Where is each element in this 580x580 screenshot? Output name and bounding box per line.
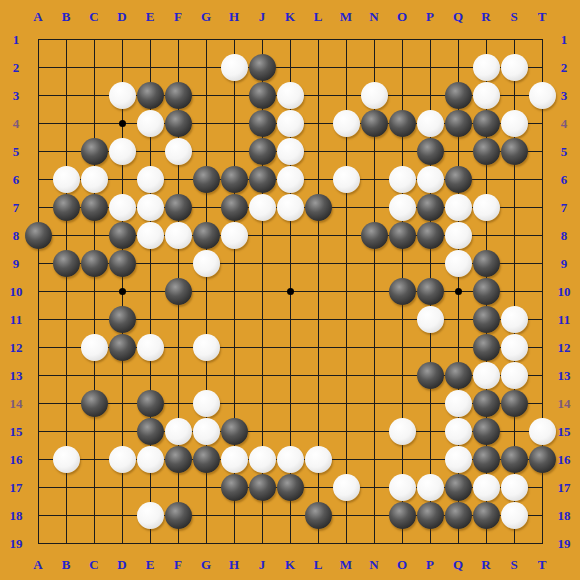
row-label-right: 16	[558, 453, 571, 466]
white-stone	[137, 334, 164, 361]
white-stone	[473, 54, 500, 81]
row-label-left: 16	[10, 453, 23, 466]
white-stone	[137, 502, 164, 529]
white-stone	[277, 194, 304, 221]
column-label-bottom: Q	[453, 558, 463, 571]
black-stone	[249, 474, 276, 501]
white-stone	[277, 446, 304, 473]
white-stone	[277, 110, 304, 137]
white-stone	[501, 306, 528, 333]
white-stone	[361, 82, 388, 109]
white-stone	[501, 54, 528, 81]
column-label-bottom: S	[510, 558, 517, 571]
row-label-right: 6	[561, 173, 568, 186]
white-stone	[333, 474, 360, 501]
black-stone	[165, 502, 192, 529]
black-stone	[221, 194, 248, 221]
white-stone	[445, 222, 472, 249]
white-stone	[277, 82, 304, 109]
column-label-top: P	[426, 10, 434, 23]
white-stone	[109, 82, 136, 109]
white-stone	[109, 194, 136, 221]
column-label-top: N	[369, 10, 378, 23]
black-stone	[445, 362, 472, 389]
white-stone	[417, 306, 444, 333]
black-stone	[473, 306, 500, 333]
white-stone	[389, 194, 416, 221]
row-label-right: 3	[561, 89, 568, 102]
white-stone	[501, 474, 528, 501]
grid-line-horizontal	[38, 543, 543, 544]
black-stone	[473, 138, 500, 165]
white-stone	[193, 334, 220, 361]
black-stone	[417, 194, 444, 221]
black-stone	[81, 390, 108, 417]
row-label-left: 13	[10, 369, 23, 382]
row-label-right: 5	[561, 145, 568, 158]
white-stone	[501, 362, 528, 389]
black-stone	[193, 166, 220, 193]
row-label-right: 13	[558, 369, 571, 382]
white-stone	[473, 474, 500, 501]
black-stone	[501, 390, 528, 417]
star-point	[119, 288, 126, 295]
black-stone	[137, 82, 164, 109]
column-label-top: R	[481, 10, 490, 23]
row-label-left: 14	[10, 397, 23, 410]
white-stone	[445, 250, 472, 277]
column-label-top: F	[174, 10, 182, 23]
column-label-top: G	[201, 10, 211, 23]
black-stone	[81, 250, 108, 277]
column-label-bottom: T	[538, 558, 547, 571]
black-stone	[305, 502, 332, 529]
row-label-left: 2	[13, 61, 20, 74]
black-stone	[165, 446, 192, 473]
black-stone	[137, 390, 164, 417]
white-stone	[137, 166, 164, 193]
white-stone	[193, 418, 220, 445]
black-stone	[529, 446, 556, 473]
white-stone	[137, 194, 164, 221]
white-stone	[501, 502, 528, 529]
white-stone	[137, 446, 164, 473]
black-stone	[473, 278, 500, 305]
row-label-right: 15	[558, 425, 571, 438]
column-label-top: S	[510, 10, 517, 23]
black-stone	[305, 194, 332, 221]
column-label-bottom: N	[369, 558, 378, 571]
row-label-left: 18	[10, 509, 23, 522]
white-stone	[389, 418, 416, 445]
black-stone	[445, 502, 472, 529]
black-stone	[165, 278, 192, 305]
white-stone	[81, 334, 108, 361]
white-stone	[81, 166, 108, 193]
black-stone	[249, 166, 276, 193]
white-stone	[473, 362, 500, 389]
row-label-left: 3	[13, 89, 20, 102]
black-stone	[473, 334, 500, 361]
white-stone	[389, 166, 416, 193]
column-label-bottom: D	[117, 558, 126, 571]
star-point	[119, 120, 126, 127]
black-stone	[473, 390, 500, 417]
white-stone	[53, 446, 80, 473]
black-stone	[53, 194, 80, 221]
black-stone	[389, 278, 416, 305]
black-stone	[249, 82, 276, 109]
black-stone	[445, 110, 472, 137]
row-label-right: 19	[558, 537, 571, 550]
row-label-left: 4	[13, 117, 20, 130]
black-stone	[165, 194, 192, 221]
row-label-left: 6	[13, 173, 20, 186]
row-label-left: 17	[10, 481, 23, 494]
row-label-right: 17	[558, 481, 571, 494]
white-stone	[249, 194, 276, 221]
white-stone	[501, 110, 528, 137]
white-stone	[137, 110, 164, 137]
black-stone	[165, 82, 192, 109]
star-point	[287, 288, 294, 295]
white-stone	[445, 390, 472, 417]
white-stone	[445, 418, 472, 445]
column-label-bottom: C	[89, 558, 98, 571]
white-stone	[109, 446, 136, 473]
black-stone	[277, 474, 304, 501]
black-stone	[473, 502, 500, 529]
black-stone	[417, 278, 444, 305]
row-label-right: 7	[561, 201, 568, 214]
black-stone	[361, 222, 388, 249]
row-label-left: 8	[13, 229, 20, 242]
row-label-left: 12	[10, 341, 23, 354]
black-stone	[109, 250, 136, 277]
black-stone	[389, 502, 416, 529]
black-stone	[417, 502, 444, 529]
column-label-top: T	[538, 10, 547, 23]
row-label-right: 12	[558, 341, 571, 354]
white-stone	[445, 194, 472, 221]
white-stone	[53, 166, 80, 193]
white-stone	[277, 166, 304, 193]
black-stone	[417, 362, 444, 389]
white-stone	[165, 222, 192, 249]
black-stone	[165, 110, 192, 137]
row-label-left: 5	[13, 145, 20, 158]
black-stone	[389, 110, 416, 137]
white-stone	[473, 82, 500, 109]
column-label-top: L	[314, 10, 323, 23]
column-label-top: A	[33, 10, 42, 23]
white-stone	[333, 110, 360, 137]
white-stone	[277, 138, 304, 165]
white-stone	[165, 138, 192, 165]
row-label-right: 9	[561, 257, 568, 270]
black-stone	[137, 418, 164, 445]
column-label-bottom: A	[33, 558, 42, 571]
black-stone	[445, 166, 472, 193]
white-stone	[333, 166, 360, 193]
white-stone	[109, 138, 136, 165]
white-stone	[137, 222, 164, 249]
row-label-left: 15	[10, 425, 23, 438]
star-point	[455, 288, 462, 295]
column-label-top: Q	[453, 10, 463, 23]
black-stone	[361, 110, 388, 137]
black-stone	[473, 418, 500, 445]
white-stone	[221, 222, 248, 249]
row-label-right: 2	[561, 61, 568, 74]
row-label-left: 19	[10, 537, 23, 550]
white-stone	[389, 474, 416, 501]
row-label-right: 8	[561, 229, 568, 242]
black-stone	[473, 250, 500, 277]
black-stone	[501, 138, 528, 165]
column-label-bottom: R	[481, 558, 490, 571]
black-stone	[193, 222, 220, 249]
white-stone	[529, 82, 556, 109]
black-stone	[81, 194, 108, 221]
row-label-right: 4	[561, 117, 568, 130]
black-stone	[389, 222, 416, 249]
column-label-bottom: K	[285, 558, 295, 571]
white-stone	[193, 390, 220, 417]
column-label-top: O	[397, 10, 407, 23]
go-board: AABBCCDDEEFFGGHHJJKKLLMMNNOOPPQQRRSSTT11…	[0, 0, 580, 580]
white-stone	[221, 446, 248, 473]
black-stone	[109, 222, 136, 249]
white-stone	[417, 110, 444, 137]
white-stone	[417, 474, 444, 501]
black-stone	[221, 418, 248, 445]
column-label-top: C	[89, 10, 98, 23]
white-stone	[193, 250, 220, 277]
column-label-bottom: E	[146, 558, 155, 571]
column-label-bottom: G	[201, 558, 211, 571]
white-stone	[473, 194, 500, 221]
black-stone	[109, 334, 136, 361]
black-stone	[193, 446, 220, 473]
column-label-top: D	[117, 10, 126, 23]
column-label-bottom: L	[314, 558, 323, 571]
row-label-right: 14	[558, 397, 571, 410]
white-stone	[417, 166, 444, 193]
row-label-left: 1	[13, 33, 20, 46]
black-stone	[249, 138, 276, 165]
white-stone	[501, 334, 528, 361]
row-label-left: 9	[13, 257, 20, 270]
column-label-top: H	[229, 10, 239, 23]
white-stone	[221, 54, 248, 81]
column-label-bottom: F	[174, 558, 182, 571]
black-stone	[249, 110, 276, 137]
column-label-top: M	[340, 10, 352, 23]
column-label-bottom: P	[426, 558, 434, 571]
black-stone	[473, 446, 500, 473]
black-stone	[109, 306, 136, 333]
white-stone	[305, 446, 332, 473]
black-stone	[221, 166, 248, 193]
black-stone	[81, 138, 108, 165]
black-stone	[501, 446, 528, 473]
black-stone	[445, 82, 472, 109]
white-stone	[249, 446, 276, 473]
black-stone	[473, 110, 500, 137]
column-label-bottom: H	[229, 558, 239, 571]
black-stone	[417, 138, 444, 165]
white-stone	[445, 446, 472, 473]
black-stone	[445, 474, 472, 501]
column-label-bottom: O	[397, 558, 407, 571]
column-label-bottom: J	[259, 558, 266, 571]
row-label-right: 1	[561, 33, 568, 46]
white-stone	[529, 418, 556, 445]
column-label-top: K	[285, 10, 295, 23]
column-label-top: B	[62, 10, 71, 23]
row-label-left: 11	[10, 313, 22, 326]
black-stone	[249, 54, 276, 81]
row-label-right: 11	[558, 313, 570, 326]
column-label-bottom: M	[340, 558, 352, 571]
column-label-top: E	[146, 10, 155, 23]
black-stone	[221, 474, 248, 501]
black-stone	[25, 222, 52, 249]
row-label-right: 18	[558, 509, 571, 522]
row-label-left: 10	[10, 285, 23, 298]
column-label-bottom: B	[62, 558, 71, 571]
black-stone	[53, 250, 80, 277]
black-stone	[417, 222, 444, 249]
row-label-left: 7	[13, 201, 20, 214]
row-label-right: 10	[558, 285, 571, 298]
column-label-top: J	[259, 10, 266, 23]
white-stone	[165, 418, 192, 445]
